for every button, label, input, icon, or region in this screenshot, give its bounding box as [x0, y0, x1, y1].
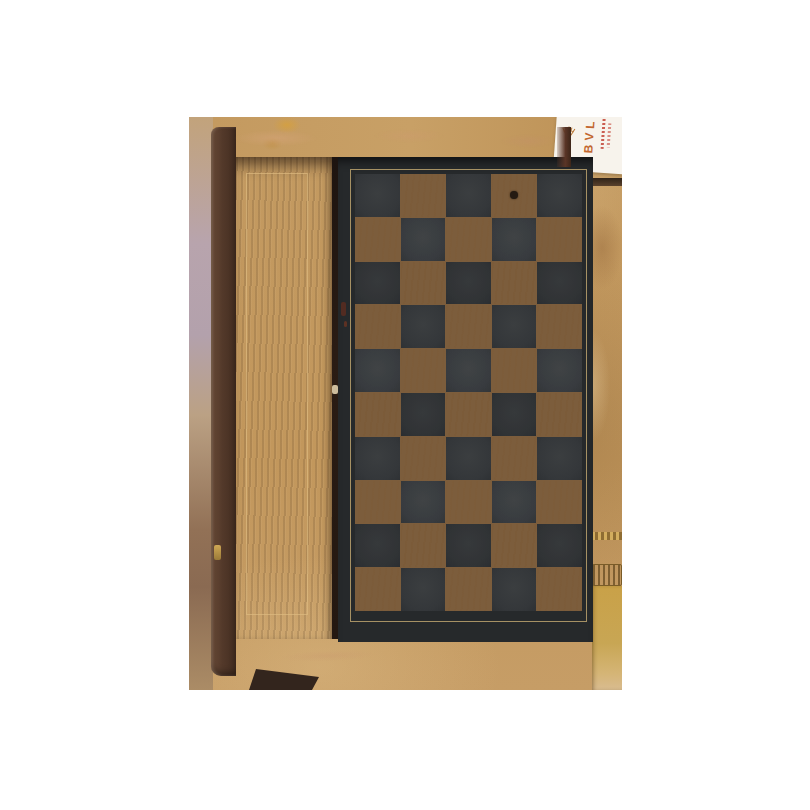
board-square-r6c0 — [355, 437, 400, 480]
board-square-r6c4 — [537, 437, 582, 480]
top-rim-end-cap — [557, 127, 571, 167]
board-square-r4c1 — [401, 349, 446, 392]
board-square-r7c0 — [355, 481, 400, 524]
board-square-r5c0 — [355, 393, 400, 436]
board-square-r2c3 — [492, 262, 537, 305]
product-photo: ABVL — [189, 117, 622, 690]
board-square-r9c3 — [492, 568, 537, 611]
board-square-r1c0 — [355, 218, 400, 261]
board-square-r5c3 — [492, 393, 537, 436]
board-square-r2c2 — [446, 262, 491, 305]
board-square-r2c4 — [537, 262, 582, 305]
board-square-r7c1 — [401, 481, 446, 524]
board-square-r8c1 — [401, 524, 446, 567]
board-square-r6c3 — [492, 437, 537, 480]
board-square-r7c3 — [492, 481, 537, 524]
board-square-r2c1 — [401, 262, 446, 305]
board-square-r6c1 — [401, 437, 446, 480]
board-square-r8c2 — [446, 524, 491, 567]
keyhole-brass-detail — [214, 545, 221, 560]
brand-card-script-line — [607, 123, 612, 147]
border-stain — [344, 321, 347, 327]
board-square-r9c1 — [401, 568, 446, 611]
board-square-r1c1 — [401, 218, 446, 261]
border-stain — [341, 302, 346, 316]
board-square-r1c2 — [446, 218, 491, 261]
board-square-r3c2 — [446, 305, 491, 348]
board-square-r0c0 — [355, 174, 400, 217]
board-square-r0c2 — [446, 174, 491, 217]
board-square-r6c2 — [446, 437, 491, 480]
board-square-r1c3 — [492, 218, 537, 261]
board-square-r7c2 — [446, 481, 491, 524]
board-square-r0c1 — [401, 174, 446, 217]
wood-hole-mark — [510, 191, 518, 199]
box-top-rim — [211, 127, 571, 167]
board-square-r4c3 — [492, 349, 537, 392]
board-square-r9c2 — [446, 568, 491, 611]
board-square-r3c3 — [492, 305, 537, 348]
board-grid — [355, 174, 582, 611]
board-square-r9c0 — [355, 568, 400, 611]
board-square-r8c3 — [492, 524, 537, 567]
board-square-r7c4 — [537, 481, 582, 524]
board-square-r4c0 — [355, 349, 400, 392]
board-square-r4c4 — [537, 349, 582, 392]
board-square-r3c0 — [355, 305, 400, 348]
board-square-r5c4 — [537, 393, 582, 436]
brass-hinge-hardware — [592, 564, 622, 586]
lid-inlay-pinstripe — [246, 173, 308, 615]
board-square-r5c2 — [446, 393, 491, 436]
board-square-r1c4 — [537, 218, 582, 261]
board-square-r5c1 — [401, 393, 446, 436]
board-square-r2c0 — [355, 262, 400, 305]
board-square-r8c4 — [537, 524, 582, 567]
sliding-lid-panel — [236, 157, 332, 639]
board-square-r9c4 — [537, 568, 582, 611]
box-left-rim — [211, 127, 236, 676]
board-square-r4c2 — [446, 349, 491, 392]
background-left-surface — [189, 117, 213, 690]
board-square-r3c1 — [401, 305, 446, 348]
board-square-r8c0 — [355, 524, 400, 567]
board-square-r3c4 — [537, 305, 582, 348]
draughts-board — [338, 157, 593, 642]
screenshot-canvas: ABVL — [0, 0, 810, 810]
board-square-r0c4 — [537, 174, 582, 217]
